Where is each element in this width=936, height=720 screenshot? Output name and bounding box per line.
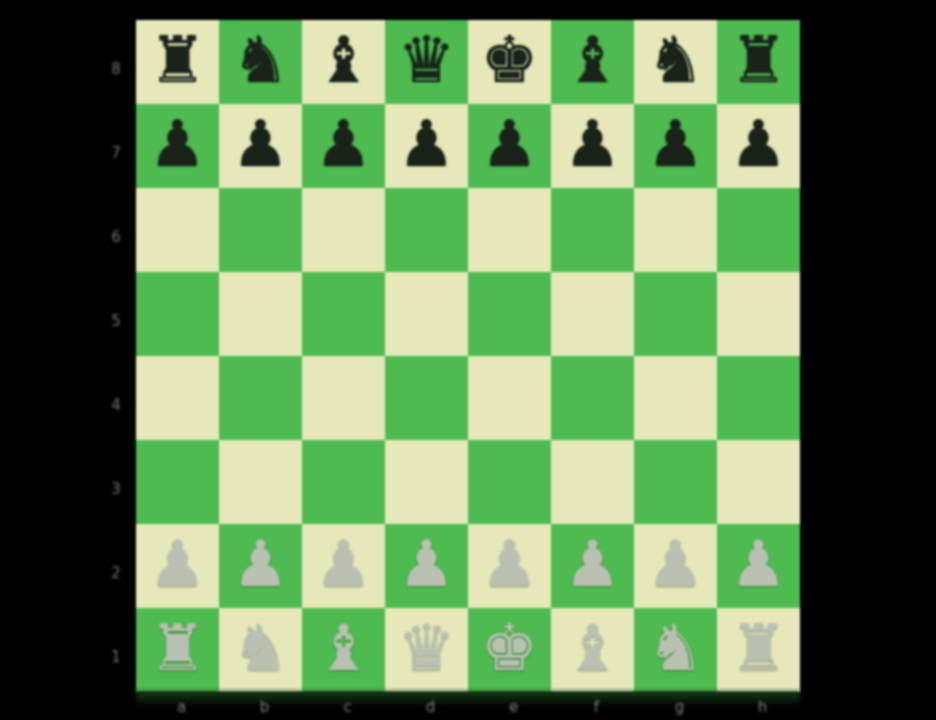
- square-b5[interactable]: [219, 272, 302, 356]
- square-c4[interactable]: [302, 356, 385, 440]
- square-g5[interactable]: [634, 272, 717, 356]
- rank-label-1: 1: [102, 648, 130, 666]
- white-rook: ♜: [730, 616, 787, 680]
- rank-label-4: 4: [102, 396, 130, 414]
- square-f6[interactable]: [551, 188, 634, 272]
- rank-label-7: 7: [102, 144, 130, 162]
- white-bishop: ♝: [315, 616, 372, 680]
- white-pawn: ♟: [564, 532, 621, 596]
- square-d6[interactable]: [385, 188, 468, 272]
- square-f7[interactable]: ♟: [551, 104, 634, 188]
- square-a7[interactable]: ♟: [136, 104, 219, 188]
- square-g7[interactable]: ♟: [634, 104, 717, 188]
- square-h8[interactable]: ♜: [717, 20, 800, 104]
- square-b7[interactable]: ♟: [219, 104, 302, 188]
- square-f8[interactable]: ♝: [551, 20, 634, 104]
- square-h4[interactable]: [717, 356, 800, 440]
- file-label-f: f: [588, 698, 606, 716]
- square-d8[interactable]: ♛: [385, 20, 468, 104]
- square-h6[interactable]: [717, 188, 800, 272]
- white-pawn: ♟: [315, 532, 372, 596]
- square-b1[interactable]: ♞: [219, 608, 302, 692]
- board-bottom-shadow: [136, 691, 800, 707]
- black-pawn: ♟: [232, 112, 289, 176]
- square-g2[interactable]: ♟: [634, 524, 717, 608]
- square-a4[interactable]: [136, 356, 219, 440]
- square-a8[interactable]: ♜: [136, 20, 219, 104]
- white-rook: ♜: [149, 616, 206, 680]
- square-e1[interactable]: ♚: [468, 608, 551, 692]
- square-h5[interactable]: [717, 272, 800, 356]
- square-e6[interactable]: [468, 188, 551, 272]
- chess-board[interactable]: ♜♞♝♛♚♝♞♜♟♟♟♟♟♟♟♟♟♟♟♟♟♟♟♟♜♞♝♛♚♝♞♜: [136, 20, 800, 692]
- square-d7[interactable]: ♟: [385, 104, 468, 188]
- square-e3[interactable]: [468, 440, 551, 524]
- file-label-h: h: [754, 698, 772, 716]
- white-bishop: ♝: [564, 616, 621, 680]
- white-queen: ♛: [398, 616, 455, 680]
- white-pawn: ♟: [398, 532, 455, 596]
- square-a2[interactable]: ♟: [136, 524, 219, 608]
- white-pawn: ♟: [149, 532, 206, 596]
- black-knight: ♞: [232, 28, 289, 92]
- white-pawn: ♟: [481, 532, 538, 596]
- white-king: ♚: [481, 616, 538, 680]
- file-label-g: g: [671, 698, 689, 716]
- square-g8[interactable]: ♞: [634, 20, 717, 104]
- black-king: ♚: [481, 28, 538, 92]
- white-pawn: ♟: [232, 532, 289, 596]
- square-b6[interactable]: [219, 188, 302, 272]
- square-e5[interactable]: [468, 272, 551, 356]
- square-a3[interactable]: [136, 440, 219, 524]
- square-d5[interactable]: [385, 272, 468, 356]
- file-label-b: b: [256, 698, 274, 716]
- white-pawn: ♟: [647, 532, 704, 596]
- square-f3[interactable]: [551, 440, 634, 524]
- rank-label-5: 5: [102, 312, 130, 330]
- square-a6[interactable]: [136, 188, 219, 272]
- square-d3[interactable]: [385, 440, 468, 524]
- square-f5[interactable]: [551, 272, 634, 356]
- file-label-a: a: [173, 698, 191, 716]
- square-c8[interactable]: ♝: [302, 20, 385, 104]
- square-h2[interactable]: ♟: [717, 524, 800, 608]
- black-pawn: ♟: [564, 112, 621, 176]
- file-label-d: d: [422, 698, 440, 716]
- black-bishop: ♝: [315, 28, 372, 92]
- square-d4[interactable]: [385, 356, 468, 440]
- square-c2[interactable]: ♟: [302, 524, 385, 608]
- square-b4[interactable]: [219, 356, 302, 440]
- square-h1[interactable]: ♜: [717, 608, 800, 692]
- square-c7[interactable]: ♟: [302, 104, 385, 188]
- rank-label-6: 6: [102, 228, 130, 246]
- black-bishop: ♝: [564, 28, 621, 92]
- white-pawn: ♟: [730, 532, 787, 596]
- black-pawn: ♟: [149, 112, 206, 176]
- rank-label-2: 2: [102, 564, 130, 582]
- black-knight: ♞: [647, 28, 704, 92]
- square-e7[interactable]: ♟: [468, 104, 551, 188]
- square-a1[interactable]: ♜: [136, 608, 219, 692]
- square-d1[interactable]: ♛: [385, 608, 468, 692]
- white-knight: ♞: [647, 616, 704, 680]
- square-f2[interactable]: ♟: [551, 524, 634, 608]
- black-queen: ♛: [398, 28, 455, 92]
- square-e2[interactable]: ♟: [468, 524, 551, 608]
- black-pawn: ♟: [315, 112, 372, 176]
- square-a5[interactable]: [136, 272, 219, 356]
- square-g4[interactable]: [634, 356, 717, 440]
- square-b8[interactable]: ♞: [219, 20, 302, 104]
- square-c3[interactable]: [302, 440, 385, 524]
- black-pawn: ♟: [647, 112, 704, 176]
- square-g1[interactable]: ♞: [634, 608, 717, 692]
- black-rook: ♜: [149, 28, 206, 92]
- black-pawn: ♟: [481, 112, 538, 176]
- black-pawn: ♟: [730, 112, 787, 176]
- square-h3[interactable]: [717, 440, 800, 524]
- black-pawn: ♟: [398, 112, 455, 176]
- square-c1[interactable]: ♝: [302, 608, 385, 692]
- square-e4[interactable]: [468, 356, 551, 440]
- square-g3[interactable]: [634, 440, 717, 524]
- rank-label-8: 8: [102, 60, 130, 78]
- square-c5[interactable]: [302, 272, 385, 356]
- white-knight: ♞: [232, 616, 289, 680]
- square-c6[interactable]: [302, 188, 385, 272]
- square-f1[interactable]: ♝: [551, 608, 634, 692]
- square-e8[interactable]: ♚: [468, 20, 551, 104]
- black-rook: ♜: [730, 28, 787, 92]
- square-h7[interactable]: ♟: [717, 104, 800, 188]
- rank-label-3: 3: [102, 480, 130, 498]
- square-b2[interactable]: ♟: [219, 524, 302, 608]
- video-frame: ♜♞♝♛♚♝♞♜♟♟♟♟♟♟♟♟♟♟♟♟♟♟♟♟♜♞♝♛♚♝♞♜ 8765432…: [0, 0, 936, 720]
- file-label-e: e: [505, 698, 523, 716]
- square-d2[interactable]: ♟: [385, 524, 468, 608]
- square-f4[interactable]: [551, 356, 634, 440]
- square-g6[interactable]: [634, 188, 717, 272]
- file-label-c: c: [339, 698, 357, 716]
- square-b3[interactable]: [219, 440, 302, 524]
